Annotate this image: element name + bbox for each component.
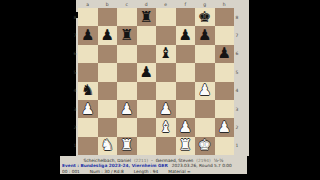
black-pawn[interactable]: ♟ [218,46,231,61]
coord-label: g [195,2,215,7]
stat-move-number: Num : 30 / Rd:8 [90,169,124,174]
black-bishop[interactable]: ♝ [159,46,172,61]
square-h7[interactable] [215,26,235,44]
square-e3[interactable]: ♟ [156,100,176,118]
square-e5[interactable] [156,63,176,81]
coord-label: c [117,2,137,7]
square-b1[interactable]: ♞ [98,137,118,155]
coord-label: b [98,2,118,7]
square-a7[interactable]: ♟ [78,26,98,44]
white-pawn[interactable]: ♟ [81,102,94,117]
square-e2[interactable]: ♝ [156,118,176,136]
square-a8[interactable] [78,8,98,26]
coord-label: 6 [73,45,77,63]
square-c6[interactable] [117,45,137,63]
square-d5[interactable]: ♟ [137,63,157,81]
black-player-name: Germaed, Steven [156,158,194,163]
white-pawn[interactable]: ♟ [179,120,192,135]
square-a1[interactable] [78,137,98,155]
white-rook[interactable]: ♜ [120,138,133,153]
white-player-name: Scheichelbach, Daniel [83,158,130,163]
square-h1[interactable] [215,137,235,155]
stats-line: 00 : 001 Num : 30 / Rd:8 Length : 94 Mat… [62,169,247,174]
white-pawn[interactable]: ♟ [120,102,133,117]
square-f6[interactable] [176,45,196,63]
coord-label: 6 [235,45,239,63]
file-labels-top: abcdefgh [78,2,234,7]
coord-label: 2 [73,118,77,136]
coord-label: 7 [235,26,239,44]
white-pawn[interactable]: ♟ [218,120,231,135]
white-bishop[interactable]: ♝ [159,120,172,135]
square-e8[interactable] [156,8,176,26]
white-pawn[interactable]: ♟ [198,83,211,98]
square-b8[interactable] [98,8,118,26]
white-knight[interactable]: ♞ [101,138,114,153]
square-g3[interactable] [195,100,215,118]
square-b5[interactable] [98,63,118,81]
black-pawn[interactable]: ♟ [198,28,211,43]
coord-label: 3 [73,100,77,118]
white-pawn[interactable]: ♟ [159,102,172,117]
square-c2[interactable] [117,118,137,136]
square-c4[interactable] [117,82,137,100]
stat-length: Length : 94 [134,169,158,174]
square-d2[interactable] [137,118,157,136]
game-result: ½-½ [214,158,224,163]
square-g5[interactable] [195,63,215,81]
square-h6[interactable]: ♟ [215,45,235,63]
rank-labels-left: 87654321 [73,8,77,155]
event-name: Event : Bundesliga 2023-24, Viernheim GE… [62,163,168,168]
square-b4[interactable] [98,82,118,100]
players-result-line: Scheichelbach, Daniel (2211) - Germaed, … [60,158,247,163]
coord-label: 3 [235,100,239,118]
square-h4[interactable] [215,82,235,100]
square-f8[interactable] [176,8,196,26]
square-e7[interactable] [156,26,176,44]
square-a4[interactable]: ♞ [78,82,98,100]
square-c8[interactable] [117,8,137,26]
square-d4[interactable] [137,82,157,100]
square-f4[interactable] [176,82,196,100]
coord-label: 1 [73,137,77,155]
square-h5[interactable] [215,63,235,81]
square-e4[interactable] [156,82,176,100]
square-f1[interactable]: ♜ [176,137,196,155]
square-f3[interactable] [176,100,196,118]
square-c7[interactable]: ♜ [117,26,137,44]
square-e6[interactable]: ♝ [156,45,176,63]
square-c1[interactable]: ♜ [117,137,137,155]
chess-app-window: abcdefgh 87654321 87654321 ♜♚♟♟♜♟♟♝♟♟♞♟♟… [0,0,320,180]
black-pawn[interactable]: ♟ [179,28,192,43]
square-d8[interactable]: ♜ [137,8,157,26]
square-a2[interactable] [78,118,98,136]
coord-label: a [78,2,98,7]
square-g4[interactable]: ♟ [195,82,215,100]
black-pawn[interactable]: ♟ [140,65,153,80]
coord-label: 8 [235,8,239,26]
square-c3[interactable]: ♟ [117,100,137,118]
black-king[interactable]: ♚ [198,10,211,25]
black-rook[interactable]: ♜ [120,28,133,43]
coord-label: d [137,2,157,7]
coord-label: 5 [73,63,77,81]
black-player-rating: (2194) [196,158,210,163]
event-details: 2023.03.26, Round 5.7 0:00 [172,163,232,168]
square-d3[interactable] [137,100,157,118]
square-f7[interactable]: ♟ [176,26,196,44]
coord-label: 2 [235,118,239,136]
square-d7[interactable] [137,26,157,44]
coord-label: 1 [235,137,239,155]
event-line: Event : Bundesliga 2023-24, Viernheim GE… [62,163,247,168]
coord-label: e [156,2,176,7]
game-info-footer: Scheichelbach, Daniel (2211) - Germaed, … [60,156,247,174]
rank-labels-right: 87654321 [235,8,239,155]
coord-label: 5 [235,63,239,81]
square-d1[interactable] [137,137,157,155]
square-d6[interactable] [137,45,157,63]
square-b7[interactable]: ♟ [98,26,118,44]
square-g7[interactable]: ♟ [195,26,215,44]
square-c5[interactable] [117,63,137,81]
stat-material: Material = [168,169,190,174]
white-rook[interactable]: ♜ [179,138,192,153]
square-a6[interactable] [78,45,98,63]
square-b6[interactable] [98,45,118,63]
white-player-rating: (2211) [134,158,148,163]
black-pawn[interactable]: ♟ [81,28,94,43]
black-pawn[interactable]: ♟ [101,28,114,43]
square-h2[interactable]: ♟ [215,118,235,136]
square-f5[interactable] [176,63,196,81]
coord-label: h [215,2,235,7]
square-g8[interactable]: ♚ [195,8,215,26]
square-b3[interactable] [98,100,118,118]
stat-time: 00 : 001 [62,169,80,174]
coord-label: 4 [235,82,239,100]
coord-label: 4 [73,82,77,100]
players-separator: - [151,158,153,163]
square-f2[interactable]: ♟ [176,118,196,136]
square-a5[interactable] [78,63,98,81]
square-b2[interactable] [98,118,118,136]
chess-board[interactable]: ♜♚♟♟♜♟♟♝♟♟♞♟♟♟♟♝♟♟♞♜♜♚ [78,8,234,155]
coord-label: f [176,2,196,7]
white-king[interactable]: ♚ [198,138,211,153]
black-knight[interactable]: ♞ [81,83,94,98]
square-a3[interactable]: ♟ [78,100,98,118]
square-g1[interactable]: ♚ [195,137,215,155]
square-g2[interactable] [195,118,215,136]
coord-label: 7 [73,26,77,44]
black-rook[interactable]: ♜ [140,10,153,25]
square-h3[interactable] [215,100,235,118]
square-h8[interactable] [215,8,235,26]
square-g6[interactable] [195,45,215,63]
square-e1[interactable] [156,137,176,155]
